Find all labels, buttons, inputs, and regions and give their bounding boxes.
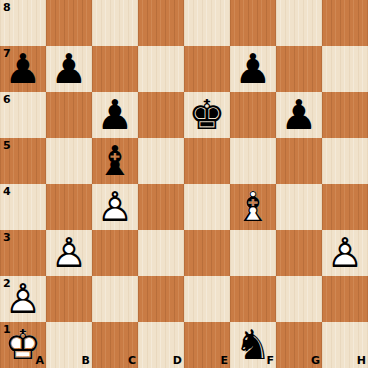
piece-white-pawn-c4[interactable]: ♟♙ (92, 184, 138, 230)
file-label-d: D (173, 355, 182, 366)
square-g2[interactable] (276, 276, 322, 322)
square-e6[interactable]: ♚ (184, 92, 230, 138)
square-h5[interactable] (322, 138, 368, 184)
square-c1[interactable]: C (92, 322, 138, 368)
square-d7[interactable] (138, 46, 184, 92)
square-a2[interactable]: 2♟♙ (0, 276, 46, 322)
rank-label-5: 5 (3, 140, 11, 151)
square-c6[interactable]: ♟ (92, 92, 138, 138)
square-h6[interactable] (322, 92, 368, 138)
square-f7[interactable]: ♟ (230, 46, 276, 92)
square-c3[interactable] (92, 230, 138, 276)
square-b5[interactable] (46, 138, 92, 184)
square-e7[interactable] (184, 46, 230, 92)
square-e2[interactable] (184, 276, 230, 322)
square-d2[interactable] (138, 276, 184, 322)
square-h1[interactable]: H (322, 322, 368, 368)
square-d3[interactable] (138, 230, 184, 276)
piece-black-king-e6[interactable]: ♚ (184, 92, 230, 138)
rank-label-6: 6 (3, 94, 11, 105)
square-f6[interactable] (230, 92, 276, 138)
piece-black-knight-f1[interactable]: ♞ (230, 322, 276, 368)
square-f8[interactable] (230, 0, 276, 46)
square-f3[interactable] (230, 230, 276, 276)
square-d4[interactable] (138, 184, 184, 230)
chess-board: 87♟♟♟6♟♚♟5♝4♟♙♝♗3♟♙♟♙2♟♙1A♚♔BCDEF♞GH (0, 0, 368, 368)
piece-white-pawn-b3[interactable]: ♟♙ (46, 230, 92, 276)
square-b4[interactable] (46, 184, 92, 230)
square-e1[interactable]: E (184, 322, 230, 368)
square-g4[interactable] (276, 184, 322, 230)
square-h7[interactable] (322, 46, 368, 92)
square-b3[interactable]: ♟♙ (46, 230, 92, 276)
square-c7[interactable] (92, 46, 138, 92)
square-f1[interactable]: F♞ (230, 322, 276, 368)
square-f5[interactable] (230, 138, 276, 184)
file-label-e: E (220, 355, 228, 366)
piece-black-pawn-b7[interactable]: ♟ (46, 46, 92, 92)
square-c5[interactable]: ♝ (92, 138, 138, 184)
square-g7[interactable] (276, 46, 322, 92)
square-b2[interactable] (46, 276, 92, 322)
square-d8[interactable] (138, 0, 184, 46)
square-a1[interactable]: 1A♚♔ (0, 322, 46, 368)
square-h8[interactable] (322, 0, 368, 46)
file-label-h: H (357, 355, 366, 366)
square-d5[interactable] (138, 138, 184, 184)
square-b1[interactable]: B (46, 322, 92, 368)
square-b6[interactable] (46, 92, 92, 138)
square-b7[interactable]: ♟ (46, 46, 92, 92)
piece-black-bishop-c5[interactable]: ♝ (92, 138, 138, 184)
square-d6[interactable] (138, 92, 184, 138)
square-f4[interactable]: ♝♗ (230, 184, 276, 230)
file-label-b: B (82, 355, 90, 366)
square-e5[interactable] (184, 138, 230, 184)
square-a4[interactable]: 4 (0, 184, 46, 230)
square-c2[interactable] (92, 276, 138, 322)
piece-white-king-a1[interactable]: ♚♔ (0, 322, 46, 368)
square-e4[interactable] (184, 184, 230, 230)
square-g5[interactable] (276, 138, 322, 184)
piece-white-pawn-h3[interactable]: ♟♙ (322, 230, 368, 276)
square-g8[interactable] (276, 0, 322, 46)
piece-black-pawn-c6[interactable]: ♟ (92, 92, 138, 138)
square-a6[interactable]: 6 (0, 92, 46, 138)
square-h4[interactable] (322, 184, 368, 230)
file-label-g: G (311, 355, 320, 366)
piece-white-pawn-a2[interactable]: ♟♙ (0, 276, 46, 322)
piece-black-pawn-a7[interactable]: ♟ (0, 46, 46, 92)
square-f2[interactable] (230, 276, 276, 322)
square-c4[interactable]: ♟♙ (92, 184, 138, 230)
piece-black-pawn-f7[interactable]: ♟ (230, 46, 276, 92)
square-h2[interactable] (322, 276, 368, 322)
piece-white-bishop-f4[interactable]: ♝♗ (230, 184, 276, 230)
square-g6[interactable]: ♟ (276, 92, 322, 138)
rank-label-4: 4 (3, 186, 11, 197)
square-a8[interactable]: 8 (0, 0, 46, 46)
rank-label-3: 3 (3, 232, 11, 243)
file-label-c: C (128, 355, 136, 366)
rank-label-8: 8 (3, 2, 11, 13)
square-c8[interactable] (92, 0, 138, 46)
square-d1[interactable]: D (138, 322, 184, 368)
piece-black-pawn-g6[interactable]: ♟ (276, 92, 322, 138)
square-a3[interactable]: 3 (0, 230, 46, 276)
square-e8[interactable] (184, 0, 230, 46)
square-a7[interactable]: 7♟ (0, 46, 46, 92)
square-g1[interactable]: G (276, 322, 322, 368)
square-e3[interactable] (184, 230, 230, 276)
square-a5[interactable]: 5 (0, 138, 46, 184)
square-g3[interactable] (276, 230, 322, 276)
square-b8[interactable] (46, 0, 92, 46)
square-h3[interactable]: ♟♙ (322, 230, 368, 276)
